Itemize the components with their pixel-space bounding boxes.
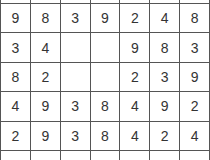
grid-cell-r2c6[interactable]: 8 — [150, 33, 180, 62]
grid-cell-r3c4[interactable] — [91, 63, 121, 92]
grid-cell-r4c4[interactable]: 8 — [91, 92, 121, 121]
grid-cell-r4c1[interactable]: 4 — [1, 92, 31, 121]
grid-cell-r3c3[interactable] — [61, 63, 91, 92]
grid-cell-r5c5[interactable]: 4 — [120, 122, 150, 151]
edge-cell-bottom-c3 — [61, 151, 91, 160]
grid-cell-r1c5[interactable]: 2 — [120, 4, 150, 33]
grid-cell-r5c1[interactable]: 2 — [1, 122, 31, 151]
grid-cell-r5c6[interactable]: 2 — [150, 122, 180, 151]
grid-cell-r2c5[interactable]: 9 — [120, 33, 150, 62]
grid-cell-r1c7[interactable]: 8 — [180, 4, 210, 33]
grid-cell-r3c5[interactable]: 2 — [120, 63, 150, 92]
edge-cell-bottom-c4 — [91, 151, 121, 160]
edge-cell-bottom-c5 — [120, 151, 150, 160]
edge-cell-bottom-c1 — [1, 151, 31, 160]
grid-cell-r1c4[interactable]: 9 — [91, 4, 121, 33]
grid-cell-r3c1[interactable]: 8 — [1, 63, 31, 92]
grid-cell-r4c6[interactable]: 9 — [150, 92, 180, 121]
grid-cell-r2c4[interactable] — [91, 33, 121, 62]
grid-cell-r3c7[interactable]: 9 — [180, 63, 210, 92]
grid-cell-r4c3[interactable]: 3 — [61, 92, 91, 121]
grid-cell-r3c6[interactable]: 3 — [150, 63, 180, 92]
grid-cell-r4c2[interactable]: 9 — [31, 92, 61, 121]
edge-cell-bottom-c2 — [31, 151, 61, 160]
grid-cell-r2c1[interactable]: 3 — [1, 33, 31, 62]
grid-cell-r3c2[interactable]: 2 — [31, 63, 61, 92]
grid-cell-r1c1[interactable]: 9 — [1, 4, 31, 33]
grid-cell-r4c7[interactable]: 2 — [180, 92, 210, 121]
grid-cell-r2c7[interactable]: 3 — [180, 33, 210, 62]
grid-cell-r1c6[interactable]: 4 — [150, 4, 180, 33]
grid-cell-r4c5[interactable]: 4 — [120, 92, 150, 121]
grid-cell-r1c2[interactable]: 8 — [31, 4, 61, 33]
grid-cell-r5c2[interactable]: 9 — [31, 122, 61, 151]
edge-cell-bottom-c6 — [150, 151, 180, 160]
grid-cell-r2c3[interactable] — [61, 33, 91, 62]
grid-cell-r1c3[interactable]: 3 — [61, 4, 91, 33]
grid-cell-r5c7[interactable]: 4 — [180, 122, 210, 151]
grid-cell-r2c2[interactable]: 4 — [31, 33, 61, 62]
edge-cell-bottom-c7 — [180, 151, 210, 160]
grid-cell-r5c3[interactable]: 3 — [61, 122, 91, 151]
grid-cell-r5c4[interactable]: 8 — [91, 122, 121, 151]
puzzle-board: 9839248349838223949384922938424 — [0, 0, 210, 160]
